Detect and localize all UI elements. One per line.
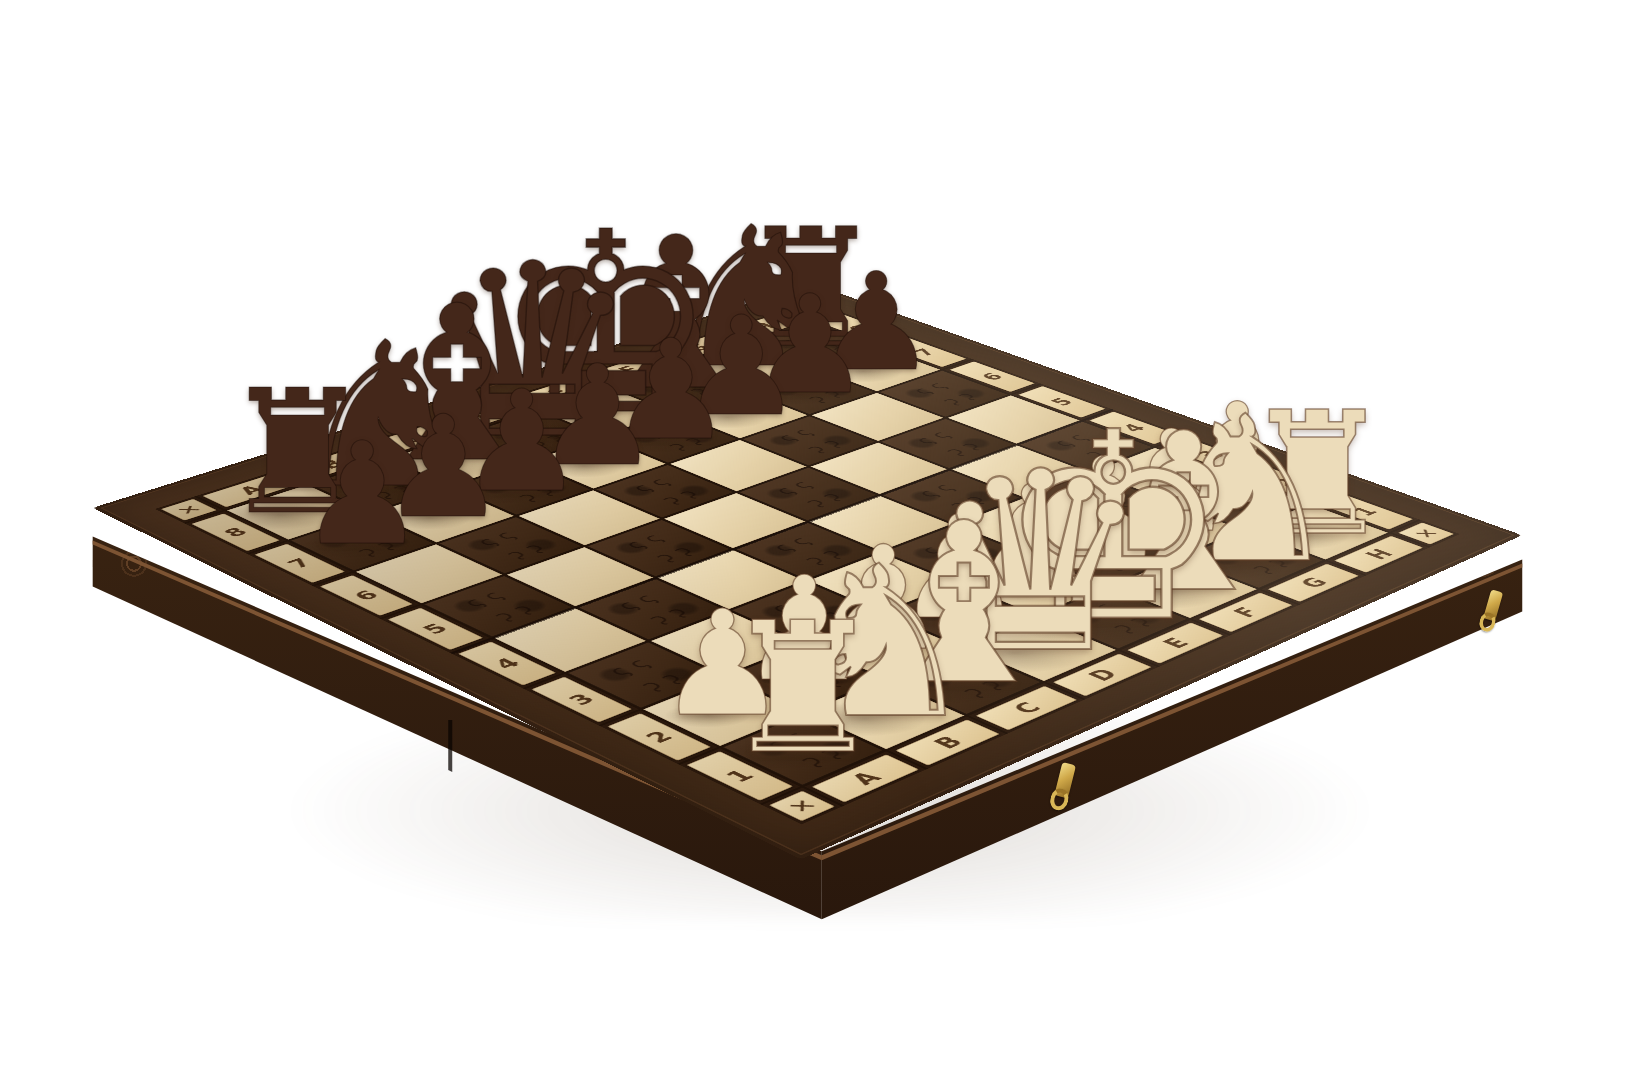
coordinate-label: 3 <box>562 691 601 708</box>
coordinate-label: ✕ <box>1407 526 1446 541</box>
coordinate-label: ✕ <box>170 502 207 517</box>
coordinate-label: 5 <box>417 621 454 637</box>
piece-white-rook[interactable]: ♜ <box>722 598 884 779</box>
coordinate-label: 6 <box>348 588 384 603</box>
chess-set-photo: ✕ABCDEFGH✕8877665544332211✕ABCDEFGH✕ ♜♞♝… <box>0 0 1632 1084</box>
piece-black-pawn[interactable]: ♟ <box>299 424 426 566</box>
coordinate-label: ✕ <box>780 796 825 817</box>
coordinate-label: 4 <box>488 655 526 672</box>
